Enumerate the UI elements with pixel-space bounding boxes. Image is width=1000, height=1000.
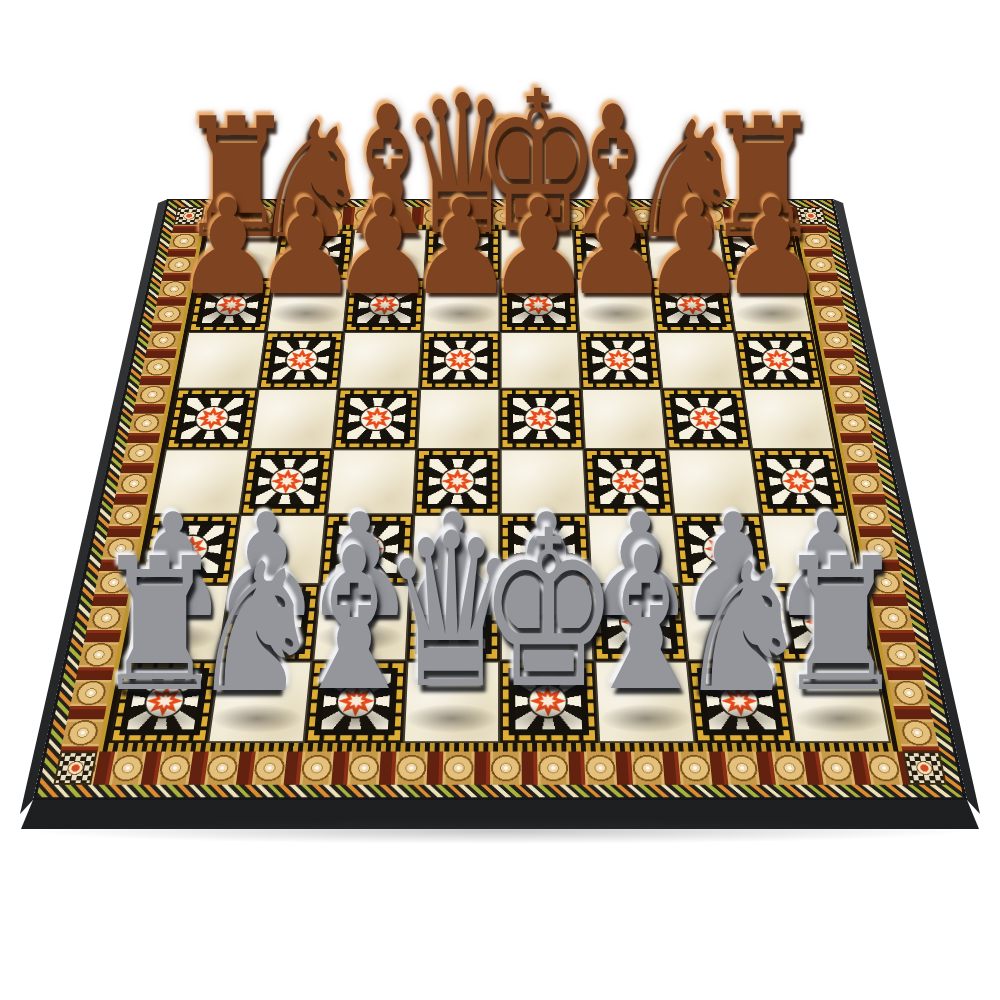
square-d7[interactable] bbox=[422, 279, 500, 332]
square-h1[interactable] bbox=[781, 661, 891, 743]
border-corner-motif bbox=[174, 207, 205, 225]
square-g8[interactable] bbox=[646, 229, 726, 279]
square-c4[interactable] bbox=[326, 449, 416, 514]
square-h8[interactable] bbox=[719, 229, 802, 279]
square-f4[interactable] bbox=[584, 449, 674, 514]
square-g1[interactable] bbox=[688, 661, 794, 743]
square-h3[interactable] bbox=[760, 514, 860, 584]
square-a7[interactable] bbox=[188, 279, 274, 332]
square-c5[interactable] bbox=[333, 388, 420, 449]
border-corner-motif bbox=[53, 752, 97, 785]
square-c1[interactable] bbox=[304, 661, 406, 743]
chess-board bbox=[33, 199, 967, 800]
square-a6[interactable] bbox=[177, 332, 266, 389]
square-g7[interactable] bbox=[651, 279, 734, 332]
square-b8[interactable] bbox=[273, 229, 353, 279]
square-d1[interactable] bbox=[402, 661, 500, 743]
square-h4[interactable] bbox=[751, 449, 847, 514]
square-c6[interactable] bbox=[338, 332, 421, 389]
square-f2[interactable] bbox=[590, 585, 687, 661]
square-a3[interactable] bbox=[139, 514, 239, 584]
square-b7[interactable] bbox=[266, 279, 349, 332]
square-h5[interactable] bbox=[742, 388, 834, 449]
square-a2[interactable] bbox=[125, 585, 230, 661]
square-g3[interactable] bbox=[674, 514, 771, 584]
square-a1[interactable] bbox=[109, 661, 219, 743]
square-d6[interactable] bbox=[419, 332, 500, 389]
square-d3[interactable] bbox=[410, 514, 500, 584]
board-drop-shadow bbox=[30, 818, 970, 844]
square-f1[interactable] bbox=[594, 661, 696, 743]
border-medallion-band-bottom bbox=[53, 752, 946, 785]
square-b5[interactable] bbox=[249, 388, 338, 449]
square-a8[interactable] bbox=[198, 229, 281, 279]
square-b4[interactable] bbox=[240, 449, 333, 514]
square-b6[interactable] bbox=[258, 332, 344, 389]
square-b3[interactable] bbox=[229, 514, 326, 584]
square-d2[interactable] bbox=[406, 585, 500, 661]
border-medallion-band-top bbox=[174, 207, 827, 225]
square-d5[interactable] bbox=[416, 388, 500, 449]
square-g6[interactable] bbox=[656, 332, 742, 389]
square-e4[interactable] bbox=[500, 449, 587, 514]
square-a4[interactable] bbox=[153, 449, 249, 514]
board-grid bbox=[109, 229, 891, 743]
square-c8[interactable] bbox=[349, 229, 427, 279]
square-b1[interactable] bbox=[207, 661, 313, 743]
square-g5[interactable] bbox=[662, 388, 751, 449]
square-f7[interactable] bbox=[576, 279, 657, 332]
square-e1[interactable] bbox=[500, 661, 598, 743]
square-h6[interactable] bbox=[734, 332, 823, 389]
square-g2[interactable] bbox=[680, 585, 781, 661]
square-c3[interactable] bbox=[320, 514, 414, 584]
square-f3[interactable] bbox=[587, 514, 681, 584]
square-e7[interactable] bbox=[500, 279, 578, 332]
square-e6[interactable] bbox=[500, 332, 581, 389]
square-d4[interactable] bbox=[413, 449, 500, 514]
square-g4[interactable] bbox=[667, 449, 760, 514]
square-b2[interactable] bbox=[219, 585, 320, 661]
square-e3[interactable] bbox=[500, 514, 590, 584]
square-c7[interactable] bbox=[344, 279, 425, 332]
border-corner-motif bbox=[902, 752, 946, 785]
square-f8[interactable] bbox=[573, 229, 651, 279]
square-f5[interactable] bbox=[581, 388, 668, 449]
square-e2[interactable] bbox=[500, 585, 594, 661]
square-h2[interactable] bbox=[771, 585, 876, 661]
chess-photo-scene: ♜♞♝♛♚♝♞♜♟♟♟♟♟♟♟♟♟♟♟♟♟♟♟♟♜♞♝♛♚♝♞♜ bbox=[0, 0, 1000, 1000]
square-d8[interactable] bbox=[424, 229, 500, 279]
square-c2[interactable] bbox=[312, 585, 409, 661]
square-f6[interactable] bbox=[578, 332, 661, 389]
border-corner-motif bbox=[795, 207, 826, 225]
square-e5[interactable] bbox=[500, 388, 584, 449]
square-e8[interactable] bbox=[500, 229, 576, 279]
square-a5[interactable] bbox=[165, 388, 257, 449]
square-h7[interactable] bbox=[727, 279, 813, 332]
